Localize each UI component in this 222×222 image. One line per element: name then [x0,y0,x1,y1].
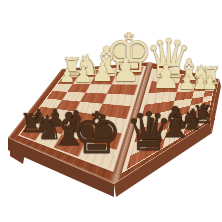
square-e2 [112,75,141,84]
chess-set-product-photo[interactable]: ♜♞♝♚♛♝♞♜♟♟♟♟♟♟♟♟♟♟♟♟♟♟♟♟♜♞♝♚♛♝♞♜ [0,0,222,222]
